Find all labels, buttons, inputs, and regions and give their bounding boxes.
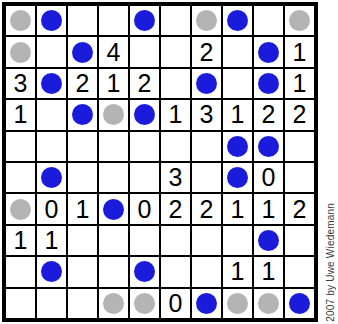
cell-r1c7[interactable] bbox=[192, 6, 221, 35]
clue-cell-r6c6: 3 bbox=[161, 163, 190, 192]
cell-r5c1[interactable] bbox=[6, 132, 35, 161]
cell-r9c10[interactable] bbox=[285, 257, 314, 286]
cell-r6c8[interactable] bbox=[223, 163, 252, 192]
empty-mark-dot bbox=[258, 293, 279, 314]
cell-r5c2[interactable] bbox=[37, 132, 66, 161]
cell-r1c5[interactable] bbox=[130, 6, 159, 35]
cell-r5c3[interactable] bbox=[68, 132, 97, 161]
cell-r10c4[interactable] bbox=[99, 289, 128, 318]
cell-r5c10[interactable] bbox=[285, 132, 314, 161]
empty-mark-dot bbox=[103, 104, 124, 125]
mine-dot bbox=[227, 136, 248, 157]
clue-cell-r2c7: 2 bbox=[192, 37, 221, 66]
cell-r8c4[interactable] bbox=[99, 226, 128, 255]
clue-cell-r7c9: 1 bbox=[254, 194, 283, 223]
cell-r6c2[interactable] bbox=[37, 163, 66, 192]
empty-mark-dot bbox=[10, 199, 31, 220]
mine-dot bbox=[258, 136, 279, 157]
clue-cell-r4c8: 1 bbox=[223, 100, 252, 129]
cell-r1c2[interactable] bbox=[37, 6, 66, 35]
cell-r2c8[interactable] bbox=[223, 37, 252, 66]
clue-cell-r7c6: 2 bbox=[161, 194, 190, 223]
cell-r4c2[interactable] bbox=[37, 100, 66, 129]
cell-r5c6[interactable] bbox=[161, 132, 190, 161]
cell-r8c10[interactable] bbox=[285, 226, 314, 255]
clue-cell-r7c3: 1 bbox=[68, 194, 97, 223]
clue-cell-r10c6: 0 bbox=[161, 289, 190, 318]
cell-r1c1[interactable] bbox=[6, 6, 35, 35]
mine-dot bbox=[41, 73, 62, 94]
clue-cell-r9c9: 1 bbox=[254, 257, 283, 286]
mine-dot bbox=[134, 261, 155, 282]
empty-mark-dot bbox=[134, 293, 155, 314]
cell-r8c9[interactable] bbox=[254, 226, 283, 255]
mine-dot bbox=[41, 10, 62, 31]
clue-cell-r8c2: 1 bbox=[37, 226, 66, 255]
cell-r1c6[interactable] bbox=[161, 6, 190, 35]
cell-r1c9[interactable] bbox=[254, 6, 283, 35]
cell-r9c7[interactable] bbox=[192, 257, 221, 286]
clue-cell-r2c4: 4 bbox=[99, 37, 128, 66]
mine-dot bbox=[196, 73, 217, 94]
copyright-credit: 2007 by Uwe Wiedemann bbox=[325, 203, 336, 322]
cell-r9c3[interactable] bbox=[68, 257, 97, 286]
cell-r10c5[interactable] bbox=[130, 289, 159, 318]
cell-r6c3[interactable] bbox=[68, 163, 97, 192]
empty-mark-dot bbox=[289, 10, 310, 31]
mine-dot bbox=[258, 230, 279, 251]
clue-cell-r3c4: 1 bbox=[99, 69, 128, 98]
mine-dot bbox=[134, 104, 155, 125]
cell-r10c7[interactable] bbox=[192, 289, 221, 318]
clue-cell-r9c8: 1 bbox=[223, 257, 252, 286]
cell-r9c4[interactable] bbox=[99, 257, 128, 286]
cell-r8c6[interactable] bbox=[161, 226, 190, 255]
cell-r4c3[interactable] bbox=[68, 100, 97, 129]
cell-r5c9[interactable] bbox=[254, 132, 283, 161]
cell-r1c8[interactable] bbox=[223, 6, 252, 35]
cell-r3c6[interactable] bbox=[161, 69, 190, 98]
cell-r3c9[interactable] bbox=[254, 69, 283, 98]
cell-r2c9[interactable] bbox=[254, 37, 283, 66]
clue-cell-r3c10: 1 bbox=[285, 69, 314, 98]
cell-r6c1[interactable] bbox=[6, 163, 35, 192]
clue-cell-r7c5: 0 bbox=[130, 194, 159, 223]
cell-r2c5[interactable] bbox=[130, 37, 159, 66]
mine-dot bbox=[289, 293, 310, 314]
cell-r8c7[interactable] bbox=[192, 226, 221, 255]
cell-r8c8[interactable] bbox=[223, 226, 252, 255]
empty-mark-dot bbox=[196, 10, 217, 31]
cell-r10c9[interactable] bbox=[254, 289, 283, 318]
clue-cell-r4c1: 1 bbox=[6, 100, 35, 129]
cell-r9c6[interactable] bbox=[161, 257, 190, 286]
mine-dot bbox=[258, 73, 279, 94]
cell-r2c6[interactable] bbox=[161, 37, 190, 66]
clue-cell-r8c1: 1 bbox=[6, 226, 35, 255]
cell-r10c10[interactable] bbox=[285, 289, 314, 318]
mine-dot bbox=[103, 199, 124, 220]
mine-dot bbox=[227, 167, 248, 188]
clue-cell-r3c3: 2 bbox=[68, 69, 97, 98]
cell-r6c10[interactable] bbox=[285, 163, 314, 192]
mine-dot bbox=[258, 42, 279, 63]
clue-cell-r3c5: 2 bbox=[130, 69, 159, 98]
mine-dot bbox=[134, 10, 155, 31]
cell-r10c2[interactable] bbox=[37, 289, 66, 318]
clue-cell-r2c10: 1 bbox=[285, 37, 314, 66]
cell-r9c2[interactable] bbox=[37, 257, 66, 286]
cell-r9c1[interactable] bbox=[6, 257, 35, 286]
empty-mark-dot bbox=[10, 42, 31, 63]
mine-dot bbox=[41, 261, 62, 282]
empty-mark-dot bbox=[227, 293, 248, 314]
mine-dot bbox=[227, 10, 248, 31]
clue-cell-r7c10: 2 bbox=[285, 194, 314, 223]
cell-r1c3[interactable] bbox=[68, 6, 97, 35]
clue-cell-r6c9: 0 bbox=[254, 163, 283, 192]
cell-r3c7[interactable] bbox=[192, 69, 221, 98]
cell-r5c4[interactable] bbox=[99, 132, 128, 161]
mine-dot bbox=[72, 42, 93, 63]
cell-r1c10[interactable] bbox=[285, 6, 314, 35]
clue-cell-r7c7: 2 bbox=[192, 194, 221, 223]
cell-r3c8[interactable] bbox=[223, 69, 252, 98]
mine-dot bbox=[72, 104, 93, 125]
cell-r4c4[interactable] bbox=[99, 100, 128, 129]
clue-cell-r4c9: 2 bbox=[254, 100, 283, 129]
cell-r5c7[interactable] bbox=[192, 132, 221, 161]
cell-r5c8[interactable] bbox=[223, 132, 252, 161]
puzzle-board: 42132121113122300102211211110 bbox=[2, 2, 318, 322]
cell-r10c3[interactable] bbox=[68, 289, 97, 318]
clue-cell-r7c2: 0 bbox=[37, 194, 66, 223]
cell-r9c5[interactable] bbox=[130, 257, 159, 286]
cell-r2c2[interactable] bbox=[37, 37, 66, 66]
cell-r2c1[interactable] bbox=[6, 37, 35, 66]
cell-r8c5[interactable] bbox=[130, 226, 159, 255]
cell-r2c3[interactable] bbox=[68, 37, 97, 66]
cell-r7c4[interactable] bbox=[99, 194, 128, 223]
cell-r10c1[interactable] bbox=[6, 289, 35, 318]
cell-r6c5[interactable] bbox=[130, 163, 159, 192]
cell-r6c7[interactable] bbox=[192, 163, 221, 192]
empty-mark-dot bbox=[10, 10, 31, 31]
cell-r4c5[interactable] bbox=[130, 100, 159, 129]
empty-mark-dot bbox=[103, 293, 124, 314]
cell-r7c1[interactable] bbox=[6, 194, 35, 223]
mine-dot bbox=[41, 167, 62, 188]
cell-r3c2[interactable] bbox=[37, 69, 66, 98]
clue-cell-r4c7: 3 bbox=[192, 100, 221, 129]
mine-dot bbox=[196, 293, 217, 314]
cell-r6c4[interactable] bbox=[99, 163, 128, 192]
cell-r5c5[interactable] bbox=[130, 132, 159, 161]
clue-cell-r4c6: 1 bbox=[161, 100, 190, 129]
cell-r1c4[interactable] bbox=[99, 6, 128, 35]
cell-r10c8[interactable] bbox=[223, 289, 252, 318]
clue-cell-r3c1: 3 bbox=[6, 69, 35, 98]
clue-cell-r7c8: 1 bbox=[223, 194, 252, 223]
cell-r8c3[interactable] bbox=[68, 226, 97, 255]
clue-cell-r4c10: 2 bbox=[285, 100, 314, 129]
